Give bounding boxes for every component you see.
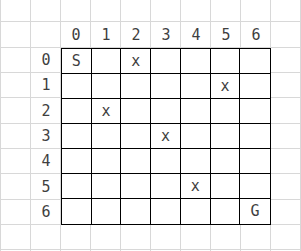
cell-r1c0[interactable] (62, 74, 92, 99)
spreadsheet: 0123456 0123456 SxxxxxG (0, 0, 301, 251)
cell-r6c1[interactable] (92, 199, 122, 224)
cell-r6c2[interactable] (121, 199, 151, 224)
cell-r5c2[interactable] (121, 174, 151, 199)
cell-r0c3[interactable] (151, 49, 181, 74)
cell-r5c4[interactable]: x (181, 174, 211, 199)
cell-r3c2[interactable] (121, 124, 151, 149)
cell-r4c4[interactable] (181, 149, 211, 174)
row-header-4: 4 (31, 149, 61, 174)
cell-r1c6[interactable] (240, 74, 270, 99)
col-header-0: 0 (61, 22, 91, 48)
col-header-1: 1 (91, 22, 121, 48)
cell-r4c2[interactable] (121, 149, 151, 174)
cell-r3c4[interactable] (181, 124, 211, 149)
cell-r0c0[interactable]: S (62, 49, 92, 74)
cell-r3c0[interactable] (62, 124, 92, 149)
col-header-3: 3 (151, 22, 181, 48)
cell-r5c6[interactable] (240, 174, 270, 199)
cell-r5c5[interactable] (211, 174, 241, 199)
cell-r1c3[interactable] (151, 74, 181, 99)
cell-r4c5[interactable] (211, 149, 241, 174)
row-header-1: 1 (31, 73, 61, 98)
cell-r5c1[interactable] (92, 174, 122, 199)
col-header-6: 6 (241, 22, 271, 48)
cell-r6c4[interactable] (181, 199, 211, 224)
cell-r0c5[interactable] (211, 49, 241, 74)
row-header-2: 2 (31, 99, 61, 124)
col-header-2: 2 (121, 22, 151, 48)
row-header-6: 6 (31, 200, 61, 225)
cell-r1c2[interactable] (121, 74, 151, 99)
cell-r4c6[interactable] (240, 149, 270, 174)
cell-r1c5[interactable]: x (211, 74, 241, 99)
cell-r4c1[interactable] (92, 149, 122, 174)
cell-r6c5[interactable] (211, 199, 241, 224)
cell-r3c6[interactable] (240, 124, 270, 149)
cell-r2c6[interactable] (240, 99, 270, 124)
cell-r2c0[interactable] (62, 99, 92, 124)
cell-r3c1[interactable] (92, 124, 122, 149)
cell-r6c3[interactable] (151, 199, 181, 224)
cell-r0c2[interactable]: x (121, 49, 151, 74)
cell-r4c3[interactable] (151, 149, 181, 174)
maze-grid: SxxxxxG (61, 48, 271, 225)
col-header-5: 5 (211, 22, 241, 48)
cell-r2c5[interactable] (211, 99, 241, 124)
row-header-5: 5 (31, 174, 61, 199)
cell-r0c6[interactable] (240, 49, 270, 74)
row-headers: 0123456 (31, 48, 61, 225)
cell-r6c0[interactable] (62, 199, 92, 224)
cell-r0c1[interactable] (92, 49, 122, 74)
cell-r2c4[interactable] (181, 99, 211, 124)
cell-r2c3[interactable] (151, 99, 181, 124)
cell-r2c2[interactable] (121, 99, 151, 124)
cell-r5c3[interactable] (151, 174, 181, 199)
cell-r3c3[interactable]: x (151, 124, 181, 149)
column-headers: 0123456 (61, 22, 271, 48)
cell-r0c4[interactable] (181, 49, 211, 74)
cell-r1c1[interactable] (92, 74, 122, 99)
col-header-4: 4 (181, 22, 211, 48)
row-header-3: 3 (31, 124, 61, 149)
cell-r3c5[interactable] (211, 124, 241, 149)
cell-r5c0[interactable] (62, 174, 92, 199)
cell-r2c1[interactable]: x (92, 99, 122, 124)
cell-r1c4[interactable] (181, 74, 211, 99)
cell-r4c0[interactable] (62, 149, 92, 174)
cell-r6c6[interactable]: G (240, 199, 270, 224)
row-header-0: 0 (31, 48, 61, 73)
